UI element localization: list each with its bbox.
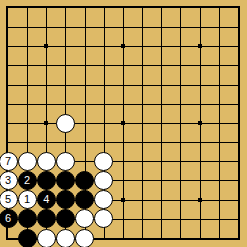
board-cell xyxy=(85,46,104,65)
board-cell xyxy=(180,219,199,238)
white-stone-move-5: 5 xyxy=(0,190,18,209)
board-cell xyxy=(142,104,161,123)
black-stone-move-4: 4 xyxy=(37,190,56,209)
board-cell xyxy=(46,46,65,65)
board-cell xyxy=(8,65,27,84)
board-cell xyxy=(180,161,199,180)
board-cell xyxy=(161,8,180,27)
go-board: 7325146 xyxy=(0,0,247,247)
board-cell xyxy=(27,65,46,84)
board-cell xyxy=(8,8,27,27)
white-stone-move-3: 3 xyxy=(0,171,18,190)
board-cell xyxy=(180,85,199,104)
board-cell xyxy=(200,85,219,104)
star-point xyxy=(198,198,202,202)
board-cell xyxy=(219,180,238,199)
white-stone xyxy=(56,114,75,133)
board-cell xyxy=(85,8,104,27)
board-cell xyxy=(219,161,238,180)
board-cell xyxy=(27,8,46,27)
star-point xyxy=(121,121,125,125)
board-cell xyxy=(8,85,27,104)
board-cell xyxy=(123,142,142,161)
board-cell xyxy=(200,142,219,161)
board-cell xyxy=(180,8,199,27)
board-cell xyxy=(219,8,238,27)
board-cell xyxy=(219,104,238,123)
star-point xyxy=(121,44,125,48)
board-cell xyxy=(65,46,84,65)
board-cell xyxy=(219,123,238,142)
board-cell xyxy=(219,219,238,238)
board-cell xyxy=(123,46,142,65)
black-stone xyxy=(56,171,75,190)
white-stone-move-7: 7 xyxy=(0,152,18,171)
board-cell xyxy=(46,85,65,104)
board-cell xyxy=(65,65,84,84)
white-stone-move-1: 1 xyxy=(18,190,37,209)
star-point xyxy=(44,121,48,125)
board-cell xyxy=(46,8,65,27)
board-cell xyxy=(123,65,142,84)
board-cell xyxy=(85,104,104,123)
board-cell xyxy=(142,219,161,238)
board-cell xyxy=(142,85,161,104)
board-cell xyxy=(104,46,123,65)
board-cell xyxy=(104,65,123,84)
board-cell xyxy=(180,123,199,142)
board-cell xyxy=(123,123,142,142)
board-cell xyxy=(123,104,142,123)
board-cell xyxy=(85,27,104,46)
star-point xyxy=(121,198,125,202)
board-cell xyxy=(200,104,219,123)
board-cell xyxy=(180,65,199,84)
board-cell xyxy=(65,8,84,27)
board-cell xyxy=(219,142,238,161)
board-cell xyxy=(123,85,142,104)
board-cell xyxy=(85,85,104,104)
board-cell xyxy=(142,27,161,46)
board-cell xyxy=(200,27,219,46)
board-cell xyxy=(27,46,46,65)
board-cell xyxy=(65,85,84,104)
board-cell xyxy=(161,123,180,142)
board-cell xyxy=(200,219,219,238)
board-cell xyxy=(123,8,142,27)
black-stone xyxy=(18,209,37,228)
star-point xyxy=(198,121,202,125)
board-cell xyxy=(219,27,238,46)
board-cell xyxy=(65,27,84,46)
board-cell xyxy=(104,85,123,104)
board-cell xyxy=(27,123,46,142)
board-cell xyxy=(219,65,238,84)
board-cell xyxy=(123,180,142,199)
black-stone-move-2: 2 xyxy=(18,171,37,190)
black-stone xyxy=(37,171,56,190)
board-cell xyxy=(123,219,142,238)
board-cell xyxy=(27,85,46,104)
board-cell xyxy=(46,27,65,46)
board-cell xyxy=(85,123,104,142)
board-cell xyxy=(161,180,180,199)
board-cell xyxy=(219,200,238,219)
black-stone-move-6: 6 xyxy=(0,209,18,228)
board-cell xyxy=(123,161,142,180)
board-cell xyxy=(123,200,142,219)
white-stone xyxy=(18,152,37,171)
board-cell xyxy=(161,161,180,180)
board-cell xyxy=(104,8,123,27)
board-cell xyxy=(180,142,199,161)
board-cell xyxy=(161,200,180,219)
board-cell xyxy=(8,104,27,123)
white-stone xyxy=(56,229,75,247)
board-cell xyxy=(200,65,219,84)
board-cell xyxy=(161,85,180,104)
board-cell xyxy=(200,161,219,180)
board-cell xyxy=(8,27,27,46)
star-point xyxy=(198,44,202,48)
white-stone xyxy=(75,229,94,247)
board-cell xyxy=(200,180,219,199)
board-cell xyxy=(180,46,199,65)
board-cell xyxy=(142,8,161,27)
board-cell xyxy=(161,142,180,161)
white-stone xyxy=(37,229,56,247)
board-cell xyxy=(142,161,161,180)
white-stone xyxy=(56,152,75,171)
board-cell xyxy=(200,46,219,65)
board-cell xyxy=(8,123,27,142)
black-stone xyxy=(18,229,37,247)
board-cell xyxy=(123,27,142,46)
board-cell xyxy=(161,104,180,123)
board-cell xyxy=(200,123,219,142)
white-stone xyxy=(37,152,56,171)
board-cell xyxy=(142,180,161,199)
board-cell xyxy=(219,46,238,65)
board-cell xyxy=(142,65,161,84)
board-cell xyxy=(142,46,161,65)
board-cell xyxy=(219,85,238,104)
board-cell xyxy=(161,65,180,84)
board-cell xyxy=(142,200,161,219)
board-cell xyxy=(142,142,161,161)
board-cell xyxy=(161,46,180,65)
board-cell xyxy=(104,123,123,142)
board-cell xyxy=(46,65,65,84)
board-cell xyxy=(161,27,180,46)
board-cell xyxy=(85,65,104,84)
board-cell xyxy=(142,123,161,142)
board-cell xyxy=(200,8,219,27)
board-cell xyxy=(180,200,199,219)
star-point xyxy=(44,44,48,48)
board-cell xyxy=(200,200,219,219)
board-cell xyxy=(8,46,27,65)
board-cell xyxy=(161,219,180,238)
